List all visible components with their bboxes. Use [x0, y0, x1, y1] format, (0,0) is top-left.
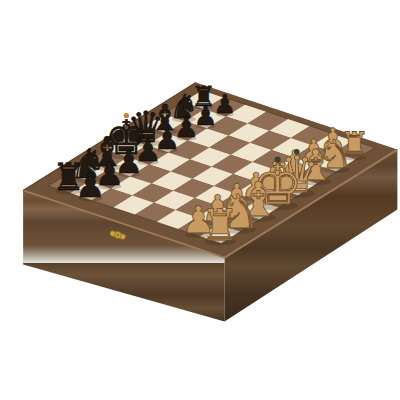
chess-set-photo: ♜♟♞♟♝♟♛♟♟♚♜♟♟♝♞♟♟♞♝♟♟♜♛♟♟♚♟♝♟♞♟♜: [0, 0, 400, 400]
piece-black-pawn-h7[interactable]: ♟: [75, 165, 106, 205]
piece-white-rook-h1[interactable]: ♜: [201, 200, 240, 250]
king-finial-e8: [124, 113, 129, 118]
chess-board-scene: ♜♟♞♟♝♟♛♟♟♚♜♟♟♝♞♟♟♞♝♟♟♜♛♟♟♚♟♝♟♞♟♜: [0, 0, 400, 400]
king-finial-e1: [275, 156, 281, 162]
